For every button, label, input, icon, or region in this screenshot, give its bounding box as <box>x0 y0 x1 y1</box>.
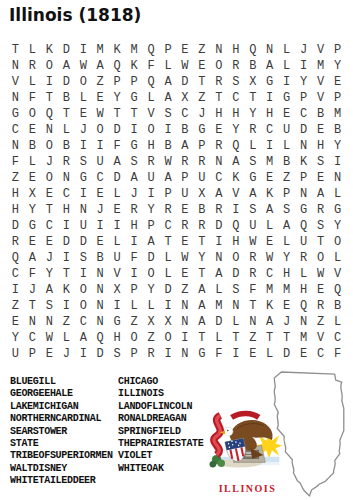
grid-cell-r19c16: T <box>261 330 278 346</box>
grid-cell-r4c17: G <box>278 90 295 106</box>
grid-cell-r6c15: R <box>244 122 261 138</box>
grid-cell-r15c13: A <box>210 266 227 282</box>
grid-cell-r15c12: T <box>193 266 210 282</box>
grid-cell-r18c13: D <box>210 314 227 330</box>
grid-cell-r19c11: I <box>177 330 194 346</box>
grid-cell-r1c8: M <box>126 42 143 58</box>
grid-cell-r20c17: D <box>278 346 295 362</box>
word-list-item: BLUEGILL <box>10 376 118 388</box>
grid-cell-r2c17: L <box>278 58 295 74</box>
grid-cell-r16c17: M <box>278 282 295 298</box>
grid-cell-r4c15: T <box>244 90 261 106</box>
grid-cell-r13c4: D <box>58 234 75 250</box>
grid-cell-r13c16: E <box>261 234 278 250</box>
grid-cell-r3c19: V <box>312 74 329 90</box>
grid-cell-r5c20: M <box>329 106 346 122</box>
grid-cell-r10c15: A <box>244 186 261 202</box>
grid-cell-r10c1: H <box>7 186 24 202</box>
grid-cell-r13c5: D <box>75 234 92 250</box>
word-list-item: WHITEOAK <box>118 463 204 475</box>
grid-cell-r2c9: F <box>143 58 160 74</box>
grid-cell-r18c20: L <box>329 314 346 330</box>
grid-cell-r15c11: E <box>177 266 194 282</box>
grid-cell-r11c19: R <box>312 202 329 218</box>
grid-cell-r16c8: P <box>126 282 143 298</box>
grid-cell-r16c5: O <box>75 282 92 298</box>
grid-cell-r1c11: E <box>177 42 194 58</box>
grid-cell-r11c11: E <box>177 202 194 218</box>
grid-cell-r15c19: W <box>312 266 329 282</box>
grid-cell-r15c3: Y <box>41 266 58 282</box>
grid-cell-r8c16: M <box>261 154 278 170</box>
grid-cell-r17c20: B <box>329 298 346 314</box>
grid-cell-r13c15: W <box>244 234 261 250</box>
grid-cell-r17c14: N <box>227 298 244 314</box>
grid-cell-r20c14: I <box>227 346 244 362</box>
grid-cell-r18c8: Z <box>126 314 143 330</box>
grid-cell-r13c17: L <box>278 234 295 250</box>
ribbon-top <box>232 413 259 417</box>
grid-cell-r15c8: I <box>126 266 143 282</box>
grid-cell-r7c1: N <box>7 138 24 154</box>
grid-cell-r12c2: G <box>24 218 41 234</box>
grid-cell-r11c2: Y <box>24 202 41 218</box>
grid-cell-r14c4: I <box>58 250 75 266</box>
grid-cell-r10c9: I <box>143 186 160 202</box>
grid-cell-r1c7: K <box>109 42 126 58</box>
grid-cell-r2c7: Q <box>109 58 126 74</box>
grid-cell-r15c18: L <box>295 266 312 282</box>
grid-cell-r10c11: U <box>177 186 194 202</box>
grid-cell-r9c2: E <box>24 170 41 186</box>
grid-cell-r19c6: Q <box>92 330 109 346</box>
grid-cell-r3c13: R <box>210 74 227 90</box>
grid-cell-r12c15: U <box>244 218 261 234</box>
grid-cell-r14c1: Q <box>7 250 24 266</box>
grid-cell-r4c12: Z <box>193 90 210 106</box>
grid-cell-r8c6: U <box>92 154 109 170</box>
grid-cell-r9c14: K <box>227 170 244 186</box>
grid-cell-r7c18: N <box>295 138 312 154</box>
grid-cell-r20c18: E <box>295 346 312 362</box>
grid-cell-r7c14: Q <box>227 138 244 154</box>
grid-cell-r12c20: Y <box>329 218 346 234</box>
word-list-item: GEORGEEHALE <box>10 388 118 400</box>
grid-cell-r15c17: H <box>278 266 295 282</box>
grid-cell-r9c6: C <box>92 170 109 186</box>
grid-cell-r16c19: E <box>312 282 329 298</box>
word-list-item: THEPRAIRIESTATE <box>118 438 204 450</box>
grid-cell-r11c1: H <box>7 202 24 218</box>
grid-cell-r19c8: O <box>126 330 143 346</box>
grid-cell-r6c16: C <box>261 122 278 138</box>
grid-cell-r11c6: J <box>92 202 109 218</box>
grid-cell-r8c9: R <box>143 154 160 170</box>
grid-cell-r3c15: X <box>244 74 261 90</box>
grid-cell-r2c1: N <box>7 58 24 74</box>
grid-cell-r20c8: P <box>126 346 143 362</box>
grid-cell-r16c20: Q <box>329 282 346 298</box>
grid-cell-r20c13: F <box>210 346 227 362</box>
grid-cell-r15c1: C <box>7 266 24 282</box>
eagle-eye <box>227 430 229 432</box>
grid-cell-r11c15: S <box>244 202 261 218</box>
grid-cell-r2c19: M <box>312 58 329 74</box>
grid-cell-r11c18: G <box>295 202 312 218</box>
grid-cell-r9c11: P <box>177 170 194 186</box>
grid-cell-r10c5: I <box>75 186 92 202</box>
grid-cell-r12c18: Q <box>295 218 312 234</box>
grid-cell-r11c4: H <box>58 202 75 218</box>
grid-cell-r10c7: L <box>109 186 126 202</box>
grid-cell-r11c14: I <box>227 202 244 218</box>
grid-cell-r7c17: L <box>278 138 295 154</box>
grid-cell-r16c7: X <box>109 282 126 298</box>
grid-cell-r13c1: R <box>7 234 24 250</box>
grid-cell-r5c2: O <box>24 106 41 122</box>
grid-cell-r9c20: N <box>329 170 346 186</box>
word-list: BLUEGILLGEORGEEHALELAKEMICHIGANNORTHERNC… <box>10 376 204 488</box>
grid-cell-r15c4: T <box>58 266 75 282</box>
worksheet-page: { "game": "word-search", "title": "Illin… <box>0 0 353 500</box>
grid-cell-r17c4: I <box>58 298 75 314</box>
grid-cell-r20c6: D <box>92 346 109 362</box>
grid-cell-r17c15: T <box>244 298 261 314</box>
grid-cell-r4c10: A <box>160 90 177 106</box>
grid-cell-r9c3: O <box>41 170 58 186</box>
grid-cell-r8c5: S <box>75 154 92 170</box>
grid-cell-r13c20: O <box>329 234 346 250</box>
grid-cell-r4c3: T <box>41 90 58 106</box>
grid-cell-r5c9: V <box>143 106 160 122</box>
grid-cell-r5c16: H <box>261 106 278 122</box>
grid-cell-r15c7: V <box>109 266 126 282</box>
grid-cell-r11c12: B <box>193 202 210 218</box>
grid-cell-r2c8: K <box>126 58 143 74</box>
grid-cell-r12c10: C <box>160 218 177 234</box>
grid-cell-r5c13: H <box>210 106 227 122</box>
grid-cell-r18c3: N <box>41 314 58 330</box>
grid-cell-r8c18: K <box>295 154 312 170</box>
grid-cell-r10c19: A <box>312 186 329 202</box>
grid-cell-r20c15: E <box>244 346 261 362</box>
grid-cell-r4c20: P <box>329 90 346 106</box>
grid-cell-r17c19: R <box>312 298 329 314</box>
grid-cell-r1c12: Z <box>193 42 210 58</box>
grid-cell-r12c4: I <box>58 218 75 234</box>
grid-cell-r11c10: R <box>160 202 177 218</box>
grid-cell-r12c12: R <box>193 218 210 234</box>
grid-cell-r12c9: P <box>143 218 160 234</box>
illinois-flag-seal <box>205 408 290 483</box>
grid-cell-r12c1: D <box>7 218 24 234</box>
grid-cell-r10c16: K <box>261 186 278 202</box>
grid-cell-r7c15: L <box>244 138 261 154</box>
grid-cell-r10c3: E <box>41 186 58 202</box>
grid-cell-r17c12: A <box>193 298 210 314</box>
grid-cell-r11c5: N <box>75 202 92 218</box>
grid-cell-r6c7: D <box>109 122 126 138</box>
grid-cell-r9c13: C <box>210 170 227 186</box>
grid-cell-r16c3: A <box>41 282 58 298</box>
grid-cell-r1c18: J <box>295 42 312 58</box>
word-list-item: RONALDREAGAN <box>118 413 204 425</box>
grid-cell-r9c12: U <box>193 170 210 186</box>
grid-cell-r19c19: V <box>312 330 329 346</box>
grid-cell-r10c4: C <box>58 186 75 202</box>
grid-cell-r4c14: C <box>227 90 244 106</box>
grid-cell-r1c19: V <box>312 42 329 58</box>
grid-cell-r20c10: I <box>160 346 177 362</box>
grid-cell-r12c11: R <box>177 218 194 234</box>
grid-cell-r3c7: P <box>109 74 126 90</box>
grid-cell-r2c11: W <box>177 58 194 74</box>
grid-cell-r4c13: T <box>210 90 227 106</box>
grid-cell-r17c9: L <box>143 298 160 314</box>
grid-cell-r16c11: Z <box>177 282 194 298</box>
grid-cell-r8c1: F <box>7 154 24 170</box>
grid-cell-r14c10: L <box>160 250 177 266</box>
grid-cell-r3c9: Q <box>143 74 160 90</box>
grid-cell-r15c6: N <box>92 266 109 282</box>
grid-cell-r8c20: I <box>329 154 346 170</box>
grid-cell-r18c2: N <box>24 314 41 330</box>
grid-cell-r8c11: R <box>177 154 194 170</box>
grid-cell-r6c8: I <box>126 122 143 138</box>
grid-cell-r2c2: R <box>24 58 41 74</box>
grid-cell-r12c5: U <box>75 218 92 234</box>
bush-icon <box>218 460 226 468</box>
grid-cell-r11c17: S <box>278 202 295 218</box>
word-list-item: WHITETAILEDDEER <box>10 475 118 487</box>
grid-cell-r13c2: E <box>24 234 41 250</box>
grid-cell-r3c18: Y <box>295 74 312 90</box>
grid-cell-r7c6: I <box>92 138 109 154</box>
grid-cell-r8c2: L <box>24 154 41 170</box>
grid-cell-r14c6: B <box>92 250 109 266</box>
grid-cell-r13c7: L <box>109 234 126 250</box>
grid-cell-r5c19: B <box>312 106 329 122</box>
grid-cell-r2c20: Y <box>329 58 346 74</box>
grid-cell-r10c6: E <box>92 186 109 202</box>
grid-cell-r15c10: L <box>160 266 177 282</box>
grid-cell-r5c4: T <box>58 106 75 122</box>
grid-cell-r2c18: I <box>295 58 312 74</box>
grid-cell-r14c18: R <box>295 250 312 266</box>
grid-cell-r1c4: D <box>58 42 75 58</box>
word-list-item: ILLINOIS <box>118 388 204 400</box>
grid-cell-r18c19: Z <box>312 314 329 330</box>
eagle-head <box>225 427 233 435</box>
grid-cell-r20c4: J <box>58 346 75 362</box>
grid-cell-r9c18: P <box>295 170 312 186</box>
grid-cell-r13c3: E <box>41 234 58 250</box>
grid-cell-r18c16: A <box>261 314 278 330</box>
grid-cell-r19c9: Z <box>143 330 160 346</box>
grid-cell-r8c8: S <box>126 154 143 170</box>
grid-cell-r18c1: E <box>7 314 24 330</box>
grid-cell-r1c16: N <box>261 42 278 58</box>
grid-cell-r7c5: I <box>75 138 92 154</box>
grid-cell-r8c7: A <box>109 154 126 170</box>
grid-cell-r5c11: C <box>177 106 194 122</box>
grid-cell-r16c2: J <box>24 282 41 298</box>
grid-cell-r1c15: Q <box>244 42 261 58</box>
grid-cell-r6c10: I <box>160 122 177 138</box>
grid-cell-r2c4: A <box>58 58 75 74</box>
grid-cell-r5c6: W <box>92 106 109 122</box>
word-list-item: SEARSTOWER <box>10 426 118 438</box>
word-grid: TLKDIMKMQPEZNHQNLJVPNROAWAQKFLWEORBALIMY… <box>7 42 346 362</box>
grid-cell-r16c6: N <box>92 282 109 298</box>
grid-cell-r19c12: T <box>193 330 210 346</box>
grid-cell-r15c14: D <box>227 266 244 282</box>
grid-cell-r9c7: D <box>109 170 126 186</box>
grid-cell-r18c4: Z <box>58 314 75 330</box>
grid-cell-r7c19: H <box>312 138 329 154</box>
grid-cell-r1c9: Q <box>143 42 160 58</box>
grid-cell-r17c5: O <box>75 298 92 314</box>
grid-cell-r2c10: L <box>160 58 177 74</box>
grid-cell-r4c18: P <box>295 90 312 106</box>
grid-cell-r11c16: A <box>261 202 278 218</box>
word-list-item: LANDOFLINCOLN <box>118 401 204 413</box>
grid-cell-r13c19: T <box>312 234 329 250</box>
grid-cell-r19c4: L <box>58 330 75 346</box>
grid-cell-r20c7: S <box>109 346 126 362</box>
grid-cell-r7c11: A <box>177 138 194 154</box>
grid-cell-r7c9: H <box>143 138 160 154</box>
word-list-item: STATE <box>10 438 118 450</box>
grid-cell-r14c3: J <box>41 250 58 266</box>
grid-cell-r16c9: Y <box>143 282 160 298</box>
grid-cell-r8c10: W <box>160 154 177 170</box>
grid-cell-r10c20: L <box>329 186 346 202</box>
grid-cell-r17c10: I <box>160 298 177 314</box>
grid-cell-r13c12: T <box>193 234 210 250</box>
grid-cell-r9c15: G <box>244 170 261 186</box>
grid-cell-r16c4: K <box>58 282 75 298</box>
grid-cell-r20c20: F <box>329 346 346 362</box>
grid-cell-r4c19: V <box>312 90 329 106</box>
grid-cell-r18c7: G <box>109 314 126 330</box>
grid-cell-r7c20: Y <box>329 138 346 154</box>
grid-cell-r5c7: T <box>109 106 126 122</box>
grid-cell-r14c11: W <box>177 250 194 266</box>
grid-cell-r6c2: E <box>24 122 41 138</box>
grid-cell-r5c15: Y <box>244 106 261 122</box>
grid-cell-r15c20: V <box>329 266 346 282</box>
grid-cell-r12c7: I <box>109 218 126 234</box>
grid-cell-r11c7: E <box>109 202 126 218</box>
grid-cell-r6c13: E <box>210 122 227 138</box>
grid-cell-r17c11: N <box>177 298 194 314</box>
grid-cell-r5c5: E <box>75 106 92 122</box>
grid-cell-r9c1: Z <box>7 170 24 186</box>
grid-cell-r1c2: L <box>24 42 41 58</box>
grid-cell-r2c12: E <box>193 58 210 74</box>
grid-cell-r12c8: H <box>126 218 143 234</box>
grid-cell-r13c6: E <box>92 234 109 250</box>
grid-cell-r14c17: Y <box>278 250 295 266</box>
grid-cell-r20c11: N <box>177 346 194 362</box>
grid-cell-r9c16: E <box>261 170 278 186</box>
grid-cell-r5c10: S <box>160 106 177 122</box>
grid-cell-r19c2: C <box>24 330 41 346</box>
grid-cell-r10c8: J <box>126 186 143 202</box>
grid-cell-r18c18: N <box>295 314 312 330</box>
grid-cell-r6c11: B <box>177 122 194 138</box>
grid-cell-r3c8: P <box>126 74 143 90</box>
word-list-item: WALTDISNEY <box>10 463 118 475</box>
grid-cell-r8c13: N <box>210 154 227 170</box>
grid-cell-r3c11: D <box>177 74 194 90</box>
grid-cell-r4c9: L <box>143 90 160 106</box>
grid-cell-r12c3: C <box>41 218 58 234</box>
grid-cell-r16c15: F <box>244 282 261 298</box>
grid-cell-r8c14: A <box>227 154 244 170</box>
grid-cell-r14c19: O <box>312 250 329 266</box>
grid-cell-r3c17: I <box>278 74 295 90</box>
grid-cell-r1c10: P <box>160 42 177 58</box>
grid-cell-r5c14: H <box>227 106 244 122</box>
grid-cell-r6c1: C <box>7 122 24 138</box>
grid-cell-r19c1: Y <box>7 330 24 346</box>
grid-cell-r16c1: I <box>7 282 24 298</box>
grid-cell-r4c4: B <box>58 90 75 106</box>
grid-cell-r3c1: V <box>7 74 24 90</box>
grid-cell-r2c16: A <box>261 58 278 74</box>
grid-cell-r8c19: S <box>312 154 329 170</box>
grid-cell-r15c2: F <box>24 266 41 282</box>
grid-cell-r8c12: R <box>193 154 210 170</box>
grid-cell-r19c20: C <box>329 330 346 346</box>
grid-cell-r13c10: T <box>160 234 177 250</box>
grid-cell-r9c19: E <box>312 170 329 186</box>
grid-cell-r20c5: I <box>75 346 92 362</box>
grid-cell-r10c2: X <box>24 186 41 202</box>
grid-cell-r10c12: X <box>193 186 210 202</box>
grid-cell-r10c13: A <box>210 186 227 202</box>
grid-cell-r19c5: A <box>75 330 92 346</box>
word-list-column-2: CHICAGOILLINOISLANDOFLINCOLNRONALDREAGAN… <box>118 376 204 475</box>
grid-cell-r18c12: A <box>193 314 210 330</box>
grid-cell-r7c16: I <box>261 138 278 154</box>
grid-cell-r9c9: U <box>143 170 160 186</box>
grid-cell-r19c17: T <box>278 330 295 346</box>
grid-cell-r7c12: P <box>193 138 210 154</box>
grid-cell-r18c6: N <box>92 314 109 330</box>
grid-cell-r14c16: W <box>261 250 278 266</box>
grid-cell-r12c14: Q <box>227 218 244 234</box>
grid-cell-r14c14: O <box>227 250 244 266</box>
grid-cell-r16c10: D <box>160 282 177 298</box>
grid-cell-r9c4: N <box>58 170 75 186</box>
seal-caption: ILLINOIS <box>205 483 290 494</box>
grid-cell-r10c18: N <box>295 186 312 202</box>
grid-cell-r20c16: L <box>261 346 278 362</box>
grid-cell-r13c9: A <box>143 234 160 250</box>
grid-cell-r3c2: L <box>24 74 41 90</box>
grid-cell-r8c17: B <box>278 154 295 170</box>
grid-cell-r6c18: D <box>295 122 312 138</box>
grid-cell-r2c15: B <box>244 58 261 74</box>
grid-cell-r5c17: E <box>278 106 295 122</box>
grid-cell-r8c4: R <box>58 154 75 170</box>
grid-cell-r19c14: T <box>227 330 244 346</box>
grid-cell-r4c1: N <box>7 90 24 106</box>
grid-cell-r18c15: N <box>244 314 261 330</box>
